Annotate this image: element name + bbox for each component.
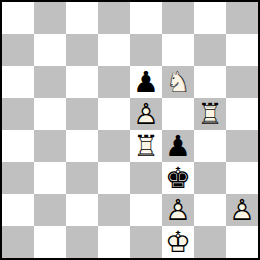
white-rook-e4[interactable]: ♜♖	[130, 130, 162, 162]
square-g6[interactable]	[194, 66, 226, 98]
square-c8[interactable]	[66, 2, 98, 34]
square-e2[interactable]	[130, 194, 162, 226]
square-e5[interactable]: ♟♙	[130, 98, 162, 130]
square-c7[interactable]	[66, 34, 98, 66]
square-d4[interactable]	[98, 130, 130, 162]
square-a6[interactable]	[2, 66, 34, 98]
square-f5[interactable]	[162, 98, 194, 130]
square-f7[interactable]	[162, 34, 194, 66]
square-e3[interactable]	[130, 162, 162, 194]
square-a4[interactable]	[2, 130, 34, 162]
square-f8[interactable]	[162, 2, 194, 34]
square-e6[interactable]: ♟	[130, 66, 162, 98]
square-h2[interactable]: ♟♙	[226, 194, 258, 226]
square-a3[interactable]	[2, 162, 34, 194]
white-king-icon: ♔	[162, 226, 194, 258]
white-pawn-icon: ♙	[130, 98, 162, 130]
white-rook-icon: ♖	[194, 98, 226, 130]
square-g3[interactable]	[194, 162, 226, 194]
chess-diagram: ♟♞♘♟♙♜♖♜♖♟♚♟♙♟♙♚♔	[0, 0, 260, 260]
square-g1[interactable]	[194, 226, 226, 258]
square-a8[interactable]	[2, 2, 34, 34]
square-d2[interactable]	[98, 194, 130, 226]
square-g5[interactable]: ♜♖	[194, 98, 226, 130]
square-b1[interactable]	[34, 226, 66, 258]
square-a1[interactable]	[2, 226, 34, 258]
white-pawn-icon: ♙	[226, 194, 258, 226]
square-c1[interactable]	[66, 226, 98, 258]
square-f1[interactable]: ♚♔	[162, 226, 194, 258]
square-c6[interactable]	[66, 66, 98, 98]
square-g7[interactable]	[194, 34, 226, 66]
square-h6[interactable]	[226, 66, 258, 98]
black-pawn-f4[interactable]: ♟	[162, 130, 194, 162]
square-f2[interactable]: ♟♙	[162, 194, 194, 226]
white-pawn-h2[interactable]: ♟♙	[226, 194, 258, 226]
white-pawn-icon: ♙	[162, 194, 194, 226]
white-rook-g5[interactable]: ♜♖	[194, 98, 226, 130]
white-rook-icon: ♖	[130, 130, 162, 162]
square-g8[interactable]	[194, 2, 226, 34]
square-b7[interactable]	[34, 34, 66, 66]
square-h7[interactable]	[226, 34, 258, 66]
square-f6[interactable]: ♞♘	[162, 66, 194, 98]
chess-board: ♟♞♘♟♙♜♖♜♖♟♚♟♙♟♙♚♔	[0, 0, 260, 260]
square-b3[interactable]	[34, 162, 66, 194]
square-c3[interactable]	[66, 162, 98, 194]
square-d3[interactable]	[98, 162, 130, 194]
square-a2[interactable]	[2, 194, 34, 226]
square-e1[interactable]	[130, 226, 162, 258]
square-h1[interactable]	[226, 226, 258, 258]
white-pawn-f2[interactable]: ♟♙	[162, 194, 194, 226]
square-g2[interactable]	[194, 194, 226, 226]
square-h4[interactable]	[226, 130, 258, 162]
square-h5[interactable]	[226, 98, 258, 130]
square-e4[interactable]: ♜♖	[130, 130, 162, 162]
square-a5[interactable]	[2, 98, 34, 130]
square-a7[interactable]	[2, 34, 34, 66]
square-b8[interactable]	[34, 2, 66, 34]
square-d7[interactable]	[98, 34, 130, 66]
square-b5[interactable]	[34, 98, 66, 130]
square-c4[interactable]	[66, 130, 98, 162]
square-h3[interactable]	[226, 162, 258, 194]
black-pawn-e6[interactable]: ♟	[130, 66, 162, 98]
square-b6[interactable]	[34, 66, 66, 98]
square-d5[interactable]	[98, 98, 130, 130]
square-c5[interactable]	[66, 98, 98, 130]
square-c2[interactable]	[66, 194, 98, 226]
square-g4[interactable]	[194, 130, 226, 162]
square-d8[interactable]	[98, 2, 130, 34]
square-e8[interactable]	[130, 2, 162, 34]
square-d1[interactable]	[98, 226, 130, 258]
white-pawn-e5[interactable]: ♟♙	[130, 98, 162, 130]
white-king-f1[interactable]: ♚♔	[162, 226, 194, 258]
square-h8[interactable]	[226, 2, 258, 34]
square-f4[interactable]: ♟	[162, 130, 194, 162]
square-e7[interactable]	[130, 34, 162, 66]
square-f3[interactable]: ♚	[162, 162, 194, 194]
white-knight-f6[interactable]: ♞♘	[162, 66, 194, 98]
square-b2[interactable]	[34, 194, 66, 226]
white-knight-icon: ♘	[162, 66, 194, 98]
black-king-f3[interactable]: ♚	[162, 162, 194, 194]
square-b4[interactable]	[34, 130, 66, 162]
square-d6[interactable]	[98, 66, 130, 98]
